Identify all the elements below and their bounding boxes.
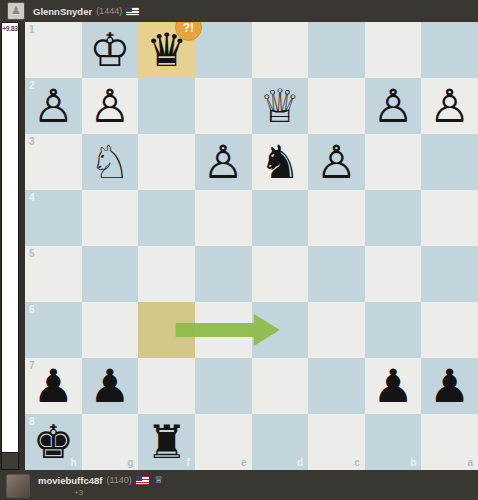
square-f4[interactable] (138, 190, 195, 246)
white-king-g1[interactable]: ♔ (82, 22, 139, 78)
rank-label-3: 3 (29, 136, 35, 147)
square-h1[interactable]: 1 (25, 22, 82, 78)
file-label-b: b (410, 457, 416, 468)
rank-label-4: 4 (29, 192, 35, 203)
square-h3[interactable]: 3 (25, 134, 82, 190)
top-player-name[interactable]: GlennSnyder (33, 6, 92, 17)
evaluation-value: +9.83 (2, 23, 18, 32)
evaluation-black-section (2, 452, 18, 469)
white-pawn-g2[interactable]: ♙ (82, 78, 139, 134)
bottom-player-rating: (1140) (106, 475, 131, 485)
square-d7[interactable] (252, 358, 309, 414)
square-h6[interactable]: 6 (25, 302, 82, 358)
file-label-g: g (127, 457, 133, 468)
top-player-bar: ♟ GlennSnyder (1444) (0, 0, 478, 22)
file-label-e: e (241, 457, 247, 468)
rank-label-2: 2 (29, 80, 35, 91)
square-g4[interactable] (82, 190, 139, 246)
white-knight-g3[interactable]: ♘ (82, 134, 139, 190)
square-d5[interactable] (252, 246, 309, 302)
square-h2[interactable]: 2♙ (25, 78, 82, 134)
black-pawn-g7[interactable]: ♟ (82, 358, 139, 414)
square-d4[interactable] (252, 190, 309, 246)
file-label-a: a (467, 457, 473, 468)
square-c5[interactable] (308, 246, 365, 302)
square-e3[interactable]: ♙ (195, 134, 252, 190)
square-f3[interactable] (138, 134, 195, 190)
square-h8[interactable]: 8h♚ (25, 414, 82, 470)
square-b8[interactable]: b (365, 414, 422, 470)
square-f7[interactable] (138, 358, 195, 414)
square-c2[interactable] (308, 78, 365, 134)
white-queen-d2[interactable]: ♕ (252, 78, 309, 134)
square-d6[interactable] (252, 302, 309, 358)
us-flag-icon (126, 7, 139, 16)
evaluation-bar: +9.83 (1, 22, 19, 470)
square-c1[interactable] (308, 22, 365, 78)
square-a3[interactable] (421, 134, 478, 190)
square-f6[interactable] (138, 302, 195, 358)
square-a4[interactable] (421, 190, 478, 246)
square-a7[interactable]: ♟ (421, 358, 478, 414)
square-e6[interactable] (195, 302, 252, 358)
chess-board: ?! 1♔♛2♙♙♕♙♙3♘♙♞♙4567♟♟♟♟8h♚gf♜edcba (25, 22, 478, 470)
square-d2[interactable]: ♕ (252, 78, 309, 134)
square-b3[interactable] (365, 134, 422, 190)
us-flag-icon (136, 476, 149, 485)
square-g7[interactable]: ♟ (82, 358, 139, 414)
rank-label-1: 1 (29, 24, 35, 35)
square-c4[interactable] (308, 190, 365, 246)
white-pawn-b2[interactable]: ♙ (365, 78, 422, 134)
square-b2[interactable]: ♙ (365, 78, 422, 134)
file-label-f: f (187, 457, 190, 468)
square-e4[interactable] (195, 190, 252, 246)
square-b6[interactable] (365, 302, 422, 358)
square-b1[interactable] (365, 22, 422, 78)
highlight-f6 (138, 302, 195, 358)
square-e5[interactable] (195, 246, 252, 302)
black-knight-d3[interactable]: ♞ (252, 134, 309, 190)
square-g1[interactable]: ♔ (82, 22, 139, 78)
square-g6[interactable] (82, 302, 139, 358)
file-label-c: c (354, 457, 360, 468)
rank-label-5: 5 (29, 248, 35, 259)
rank-label-7: 7 (29, 360, 35, 371)
rank-label-6: 6 (29, 304, 35, 315)
square-e1[interactable] (195, 22, 252, 78)
square-h4[interactable]: 4 (25, 190, 82, 246)
white-pawn-a2[interactable]: ♙ (421, 78, 478, 134)
square-c7[interactable] (308, 358, 365, 414)
square-a5[interactable] (421, 246, 478, 302)
rank-label-8: 8 (29, 416, 35, 427)
file-label-h: h (71, 457, 77, 468)
black-pawn-a7[interactable]: ♟ (421, 358, 478, 414)
square-d8[interactable]: d (252, 414, 309, 470)
square-g8[interactable]: g (82, 414, 139, 470)
bottom-player-avatar[interactable] (6, 474, 30, 498)
square-g2[interactable]: ♙ (82, 78, 139, 134)
square-d3[interactable]: ♞ (252, 134, 309, 190)
square-g5[interactable] (82, 246, 139, 302)
white-pawn-c3[interactable]: ♙ (308, 134, 365, 190)
square-g3[interactable]: ♘ (82, 134, 139, 190)
square-h5[interactable]: 5 (25, 246, 82, 302)
square-b5[interactable] (365, 246, 422, 302)
rating-change: +3 (74, 488, 165, 497)
black-pawn-b7[interactable]: ♟ (365, 358, 422, 414)
bottom-player-name[interactable]: moviebuffc48f (38, 475, 102, 486)
square-f2[interactable] (138, 78, 195, 134)
square-d1[interactable] (252, 22, 309, 78)
top-player-rating: (1444) (96, 6, 122, 16)
membership-crown-icon: ♕ (153, 474, 165, 486)
square-e2[interactable] (195, 78, 252, 134)
square-f5[interactable] (138, 246, 195, 302)
bottom-player-bar: moviebuffc48f (1140) ♕ +3 (0, 470, 478, 500)
top-player-avatar[interactable]: ♟ (7, 2, 25, 20)
square-b4[interactable] (365, 190, 422, 246)
file-label-d: d (297, 457, 303, 468)
square-f8[interactable]: f♜ (138, 414, 195, 470)
white-pawn-e3[interactable]: ♙ (195, 134, 252, 190)
square-a8[interactable]: a (421, 414, 478, 470)
square-b7[interactable]: ♟ (365, 358, 422, 414)
square-e7[interactable] (195, 358, 252, 414)
square-a2[interactable]: ♙ (421, 78, 478, 134)
square-c3[interactable]: ♙ (308, 134, 365, 190)
square-a6[interactable] (421, 302, 478, 358)
square-c6[interactable] (308, 302, 365, 358)
inaccuracy-symbol: ?! (183, 21, 194, 35)
square-c8[interactable]: c (308, 414, 365, 470)
square-h7[interactable]: 7♟ (25, 358, 82, 414)
square-e8[interactable]: e (195, 414, 252, 470)
pawn-avatar-icon: ♟ (11, 3, 21, 19)
square-a1[interactable] (421, 22, 478, 78)
